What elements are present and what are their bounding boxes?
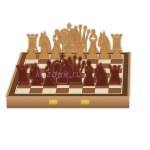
piece-white-pawn: ♟ [97,42,112,62]
piece-white-pawn: ♟ [49,42,64,62]
board-front-edge [6,96,129,109]
piece-white-pawn: ♟ [109,42,124,62]
square-b5 [96,73,109,78]
piece-white-pawn: ♟ [24,42,39,62]
square-a8: ♜ [108,88,121,93]
square-f8: ♝ [42,88,56,93]
piece-white-king: ♚ [55,20,82,57]
piece-black-rook: ♜ [13,64,33,91]
piece-white-bishop: ♝ [46,27,68,57]
square-b4 [97,68,110,73]
square-g8: ♞ [29,88,44,93]
square-h5 [20,73,34,78]
piece-white-pawn: ♟ [73,42,88,62]
square-a4 [110,68,123,73]
square-d8: ♛ [68,88,82,93]
square-a5 [109,73,122,78]
piece-white-knight: ♞ [94,29,115,57]
piece-white-rook: ♜ [24,33,42,57]
square-h8: ♜ [16,88,31,93]
piece-white-pawn: ♟ [61,42,76,62]
square-h4 [22,68,36,73]
square-e8: ♚ [55,88,69,93]
square-c8: ♝ [82,88,96,93]
square-b8: ♞ [95,88,109,93]
square-c5 [84,73,97,78]
square-c4 [85,68,98,73]
piece-white-pawn: ♟ [36,42,51,62]
piece-white-pawn: ♟ [85,42,100,62]
piece-white-queen: ♛ [68,22,94,57]
brass-hinge-right [81,100,90,105]
chess-set-photo: ♜♞♝♚♛♝♞♜♟♟♟♟♟♟♟♟♟♟♟♟♟♟♟♟♜♞♝♚♛♝♞♜ kuzduk.… [0,0,150,150]
piece-black-rook: ♜ [105,64,125,91]
brass-hinge-left [49,100,58,105]
watermark-text: kuzduk.ru [35,69,81,79]
piece-white-rook: ♜ [108,33,126,57]
piece-white-knight: ♞ [35,29,56,57]
piece-white-bishop: ♝ [82,27,104,57]
piece-black-knight: ♞ [90,60,113,91]
